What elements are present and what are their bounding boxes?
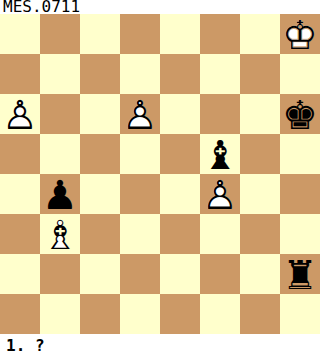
square-a7[interactable] — [0, 54, 40, 94]
square-e6[interactable] — [160, 94, 200, 134]
square-c1[interactable] — [80, 294, 120, 334]
black-king: ♚ — [280, 94, 320, 134]
square-d7[interactable] — [120, 54, 160, 94]
piece-fill-layer: ♚ — [280, 94, 320, 134]
square-f1[interactable] — [200, 294, 240, 334]
square-c7[interactable] — [80, 54, 120, 94]
piece-fill-layer: ♝ — [200, 134, 240, 174]
problem-id: MES.0711 — [3, 0, 80, 14]
square-a5[interactable] — [0, 134, 40, 174]
square-e5[interactable] — [160, 134, 200, 174]
white-bishop: ♝♗ — [40, 214, 80, 254]
square-a6[interactable]: ♟♙ — [0, 94, 40, 134]
square-b3[interactable]: ♝♗ — [40, 214, 80, 254]
square-h8[interactable]: ♚♔ — [280, 14, 320, 54]
square-h6[interactable]: ♚ — [280, 94, 320, 134]
square-f6[interactable] — [200, 94, 240, 134]
square-e1[interactable] — [160, 294, 200, 334]
square-a2[interactable] — [0, 254, 40, 294]
piece-outline-layer: ♙ — [120, 94, 160, 134]
piece-outline-layer: ♔ — [280, 14, 320, 54]
black-pawn: ♟ — [40, 174, 80, 214]
square-e4[interactable] — [160, 174, 200, 214]
piece-outline-layer: ♙ — [0, 94, 40, 134]
square-f4[interactable]: ♟♙ — [200, 174, 240, 214]
square-d4[interactable] — [120, 174, 160, 214]
square-c8[interactable] — [80, 14, 120, 54]
black-bishop: ♝ — [200, 134, 240, 174]
square-h4[interactable] — [280, 174, 320, 214]
square-f5[interactable]: ♝ — [200, 134, 240, 174]
square-a8[interactable] — [0, 14, 40, 54]
square-h7[interactable] — [280, 54, 320, 94]
square-d2[interactable] — [120, 254, 160, 294]
square-g8[interactable] — [240, 14, 280, 54]
square-f8[interactable] — [200, 14, 240, 54]
square-b4[interactable]: ♟ — [40, 174, 80, 214]
move-prompt: 1. ? — [6, 334, 320, 360]
square-d8[interactable] — [120, 14, 160, 54]
square-a4[interactable] — [0, 174, 40, 214]
chess-board: ♚♔♟♙♟♙♚♝♟♟♙♝♗♜ — [0, 14, 320, 334]
square-c6[interactable] — [80, 94, 120, 134]
square-e3[interactable] — [160, 214, 200, 254]
square-g7[interactable] — [240, 54, 280, 94]
square-b7[interactable] — [40, 54, 80, 94]
square-d3[interactable] — [120, 214, 160, 254]
square-c4[interactable] — [80, 174, 120, 214]
white-pawn: ♟♙ — [120, 94, 160, 134]
square-h1[interactable] — [280, 294, 320, 334]
piece-outline-layer: ♗ — [40, 214, 80, 254]
square-g5[interactable] — [240, 134, 280, 174]
square-c5[interactable] — [80, 134, 120, 174]
square-e2[interactable] — [160, 254, 200, 294]
square-g2[interactable] — [240, 254, 280, 294]
square-c3[interactable] — [80, 214, 120, 254]
square-g3[interactable] — [240, 214, 280, 254]
square-b1[interactable] — [40, 294, 80, 334]
square-b6[interactable] — [40, 94, 80, 134]
piece-outline-layer: ♙ — [200, 174, 240, 214]
square-e8[interactable] — [160, 14, 200, 54]
square-g4[interactable] — [240, 174, 280, 214]
square-g6[interactable] — [240, 94, 280, 134]
white-king: ♚♔ — [280, 14, 320, 54]
square-d1[interactable] — [120, 294, 160, 334]
square-c2[interactable] — [80, 254, 120, 294]
square-b8[interactable] — [40, 14, 80, 54]
square-b5[interactable] — [40, 134, 80, 174]
square-g1[interactable] — [240, 294, 280, 334]
piece-fill-layer: ♟ — [40, 174, 80, 214]
black-rook: ♜ — [280, 254, 320, 294]
square-a1[interactable] — [0, 294, 40, 334]
square-e7[interactable] — [160, 54, 200, 94]
square-b2[interactable] — [40, 254, 80, 294]
square-a3[interactable] — [0, 214, 40, 254]
square-d6[interactable]: ♟♙ — [120, 94, 160, 134]
white-pawn: ♟♙ — [0, 94, 40, 134]
square-h3[interactable] — [280, 214, 320, 254]
square-f7[interactable] — [200, 54, 240, 94]
square-h2[interactable]: ♜ — [280, 254, 320, 294]
square-f2[interactable] — [200, 254, 240, 294]
square-d5[interactable] — [120, 134, 160, 174]
piece-fill-layer: ♜ — [280, 254, 320, 294]
square-h5[interactable] — [280, 134, 320, 174]
white-pawn: ♟♙ — [200, 174, 240, 214]
square-f3[interactable] — [200, 214, 240, 254]
